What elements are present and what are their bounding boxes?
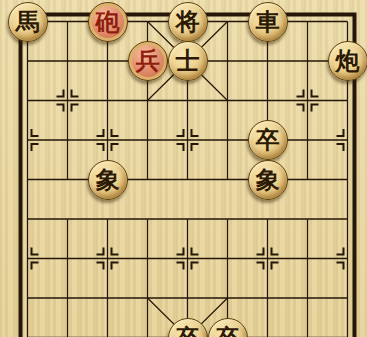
black-elephant-1[interactable]: 象 [88,160,128,200]
pieces-layer: 馬砲将車兵士炮卒象象卒卒 [8,2,367,337]
black-general[interactable]: 将 [168,2,208,42]
black-soldier-3[interactable]: 卒 [208,318,248,337]
red-cannon[interactable]: 砲 [88,2,128,42]
black-soldier-2[interactable]: 卒 [168,318,208,337]
black-elephant-2[interactable]: 象 [248,160,288,200]
black-horse[interactable]: 馬 [8,2,48,42]
black-soldier-1[interactable]: 卒 [248,120,288,160]
xiangqi-board[interactable]: 馬砲将車兵士炮卒象象卒卒 [0,0,367,337]
black-cannon[interactable]: 炮 [328,41,367,81]
red-soldier[interactable]: 兵 [128,41,168,81]
black-advisor[interactable]: 士 [168,41,208,81]
black-chariot[interactable]: 車 [248,2,288,42]
